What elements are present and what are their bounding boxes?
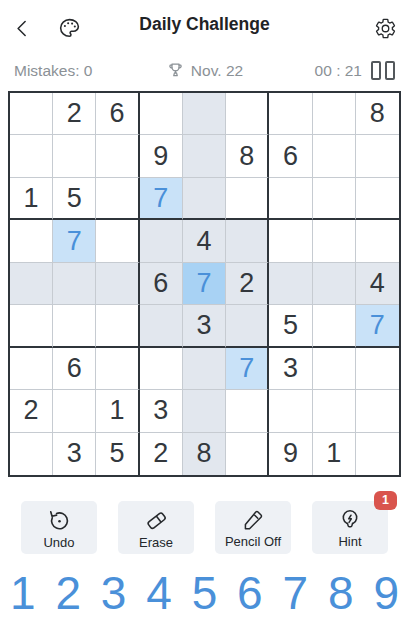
trophy-icon (166, 60, 185, 81)
cell-r5c5[interactable]: 7 (183, 263, 226, 305)
date-label: Nov. 22 (191, 62, 243, 80)
cell-r9c3[interactable]: 5 (96, 433, 139, 475)
cell-r1c3[interactable]: 6 (96, 93, 139, 135)
cell-r6c4[interactable] (140, 305, 183, 347)
cell-r1c2[interactable]: 2 (53, 93, 96, 135)
cell-r7c4[interactable] (140, 348, 183, 390)
erase-button[interactable]: Erase (118, 501, 194, 554)
pencil-button[interactable]: Pencil Off (215, 501, 291, 554)
cell-r3c6[interactable] (226, 178, 269, 220)
cell-r8c1[interactable]: 2 (10, 390, 53, 432)
eraser-icon (143, 507, 170, 534)
cell-r5c7[interactable] (269, 263, 312, 305)
palette-icon (57, 16, 82, 41)
cell-r5c9[interactable]: 4 (356, 263, 399, 305)
hint-badge: 1 (374, 491, 397, 510)
cell-r2c9[interactable] (356, 135, 399, 177)
cell-r8c2[interactable] (53, 390, 96, 432)
cell-r6c3[interactable] (96, 305, 139, 347)
cell-r3c4[interactable]: 7 (140, 178, 183, 220)
cell-r1c9[interactable]: 8 (356, 93, 399, 135)
timer-area: 00 : 21 (268, 61, 395, 80)
cell-r6c7[interactable]: 5 (269, 305, 312, 347)
cell-r2c5[interactable] (183, 135, 226, 177)
pencil-label: Pencil Off (225, 535, 281, 548)
cell-r4c5[interactable]: 4 (183, 220, 226, 262)
numpad-2[interactable]: 2 (55, 570, 81, 616)
cell-r4c7[interactable] (269, 220, 312, 262)
cell-r3c5[interactable] (183, 178, 226, 220)
cell-r7c3[interactable] (96, 348, 139, 390)
status-bar: Mistakes: 0 Nov. 22 00 : 21 (0, 48, 409, 81)
cell-r5c8[interactable] (313, 263, 356, 305)
cell-r6c8[interactable] (313, 305, 356, 347)
chevron-left-icon (12, 18, 33, 39)
cell-r9c9[interactable] (356, 433, 399, 475)
undo-button[interactable]: Undo (21, 501, 97, 554)
cell-r6c6[interactable] (226, 305, 269, 347)
cell-r4c8[interactable] (313, 220, 356, 262)
cell-r3c2[interactable]: 5 (53, 178, 96, 220)
numpad-7[interactable]: 7 (283, 570, 309, 616)
lightbulb-icon (337, 507, 363, 533)
cell-r1c8[interactable] (313, 93, 356, 135)
timer-value: 00 : 21 (315, 62, 362, 80)
cell-r9c6[interactable] (226, 433, 269, 475)
cell-r5c3[interactable] (96, 263, 139, 305)
numpad-6[interactable]: 6 (237, 570, 263, 616)
pause-button[interactable] (371, 61, 395, 80)
cell-r9c5[interactable]: 8 (183, 433, 226, 475)
cell-r8c8[interactable] (313, 390, 356, 432)
cell-r9c2[interactable]: 3 (53, 433, 96, 475)
toolbar: Undo Erase Pencil Off (21, 501, 388, 554)
cell-r7c2[interactable]: 6 (53, 348, 96, 390)
cell-r2c2[interactable] (53, 135, 96, 177)
cell-r9c1[interactable] (10, 433, 53, 475)
hint-button[interactable]: 1 Hint (312, 501, 388, 554)
cell-r9c8[interactable]: 1 (313, 433, 356, 475)
cell-r5c2[interactable] (53, 263, 96, 305)
cell-r8c9[interactable] (356, 390, 399, 432)
cell-r1c1[interactable] (10, 93, 53, 135)
numpad-3[interactable]: 3 (101, 570, 127, 616)
cell-r8c5[interactable] (183, 390, 226, 432)
numpad-8[interactable]: 8 (328, 570, 354, 616)
cell-r7c6[interactable]: 7 (226, 348, 269, 390)
cell-r1c4[interactable] (140, 93, 183, 135)
cell-r8c6[interactable] (226, 390, 269, 432)
numpad: 123456789 (10, 570, 399, 616)
numpad-1[interactable]: 1 (10, 570, 36, 616)
numpad-9[interactable]: 9 (373, 570, 399, 616)
cell-r7c5[interactable] (183, 348, 226, 390)
cell-r1c6[interactable] (226, 93, 269, 135)
top-bar: Daily Challenge (0, 0, 409, 48)
cell-r5c4[interactable]: 6 (140, 263, 183, 305)
theme-button[interactable] (57, 16, 82, 41)
challenge-date: Nov. 22 (141, 60, 268, 81)
cell-r2c6[interactable]: 8 (226, 135, 269, 177)
cell-r2c8[interactable] (313, 135, 356, 177)
cell-r3c7[interactable] (269, 178, 312, 220)
cell-r2c1[interactable] (10, 135, 53, 177)
pencil-icon (240, 507, 266, 533)
pause-icon (385, 61, 395, 80)
cell-r6c2[interactable] (53, 305, 96, 347)
cell-r7c7[interactable]: 3 (269, 348, 312, 390)
cell-r8c4[interactable]: 3 (140, 390, 183, 432)
cell-r1c5[interactable] (183, 93, 226, 135)
sudoku-app: Daily Challenge Mistakes: 0 (0, 0, 409, 643)
cell-r1c7[interactable] (269, 93, 312, 135)
hint-label: Hint (338, 535, 361, 548)
cell-r2c3[interactable] (96, 135, 139, 177)
gear-icon (374, 17, 397, 40)
cell-r6c1[interactable] (10, 305, 53, 347)
cell-r9c4[interactable]: 2 (140, 433, 183, 475)
cell-r4c9[interactable] (356, 220, 399, 262)
cell-r2c7[interactable]: 6 (269, 135, 312, 177)
cell-r4c1[interactable] (10, 220, 53, 262)
cell-r3c8[interactable] (313, 178, 356, 220)
cell-r9c7[interactable]: 9 (269, 433, 312, 475)
cell-r4c3[interactable] (96, 220, 139, 262)
cell-r5c6[interactable]: 2 (226, 263, 269, 305)
cell-r7c9[interactable] (356, 348, 399, 390)
cell-r2c4[interactable]: 9 (140, 135, 183, 177)
cell-r7c8[interactable] (313, 348, 356, 390)
cell-r3c3[interactable] (96, 178, 139, 220)
undo-icon (46, 507, 73, 534)
cell-r3c1[interactable]: 1 (10, 178, 53, 220)
numpad-4[interactable]: 4 (146, 570, 172, 616)
cell-r4c4[interactable] (140, 220, 183, 262)
cell-r6c5[interactable]: 3 (183, 305, 226, 347)
cell-r7c1[interactable] (10, 348, 53, 390)
cell-r3c9[interactable] (356, 178, 399, 220)
sudoku-board: 268986157746724357673213352891 (8, 91, 401, 477)
cell-r4c2[interactable]: 7 (53, 220, 96, 262)
cell-r5c1[interactable] (10, 263, 53, 305)
mistakes-counter: Mistakes: 0 (14, 62, 141, 80)
cell-r8c7[interactable] (269, 390, 312, 432)
undo-label: Undo (43, 536, 74, 549)
numpad-5[interactable]: 5 (192, 570, 218, 616)
cell-r6c9[interactable]: 7 (356, 305, 399, 347)
back-button[interactable] (12, 18, 33, 39)
cell-r8c3[interactable]: 1 (96, 390, 139, 432)
settings-button[interactable] (374, 17, 397, 40)
cell-r4c6[interactable] (226, 220, 269, 262)
pause-icon (371, 61, 381, 80)
erase-label: Erase (139, 536, 173, 549)
